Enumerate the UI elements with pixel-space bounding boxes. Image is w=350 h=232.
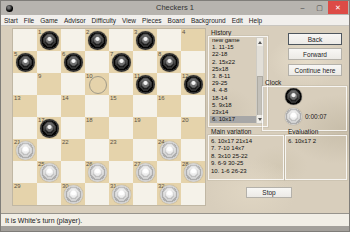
title-bar: Checkers 1 – ▢ ✕ <box>1 1 349 15</box>
board-square-14[interactable]: 14 <box>61 95 85 117</box>
board-square-3[interactable]: 3 <box>133 29 157 51</box>
board-square-light <box>85 183 109 205</box>
board-square-light <box>85 139 109 161</box>
white-piece-square-28[interactable] <box>184 163 203 182</box>
board-square-2[interactable]: 2 <box>85 29 109 51</box>
board-square-31[interactable]: 31 <box>109 183 133 205</box>
square-number: 22 <box>62 139 69 145</box>
history-item[interactable]: 1. 11-15 <box>210 44 256 51</box>
board-square-11[interactable]: 11 <box>133 73 157 95</box>
white-piece-square-30[interactable] <box>64 185 83 204</box>
board-square-light <box>133 51 157 73</box>
black-piece-square-8[interactable] <box>160 53 179 72</box>
board-square-28[interactable]: 28 <box>181 161 205 183</box>
stop-button[interactable]: Stop <box>246 187 292 198</box>
board-square-24[interactable]: 24 <box>157 139 181 161</box>
white-piece-square-31[interactable] <box>112 185 131 204</box>
white-piece-square-32[interactable] <box>160 185 179 204</box>
board-square-light <box>181 95 205 117</box>
board-square-13[interactable]: 13 <box>13 95 37 117</box>
menu-item-edit[interactable]: Edit <box>232 17 243 24</box>
black-piece-square-12[interactable] <box>184 75 203 94</box>
clock-groupbox <box>262 86 347 131</box>
back-button[interactable]: Back <box>288 33 342 45</box>
menu-item-start[interactable]: Start <box>4 17 18 24</box>
board-square-25[interactable]: 25 <box>37 161 61 183</box>
history-list: new game1. 11-1522-182. 15x2225x183. 8-1… <box>210 37 256 124</box>
board-square-light <box>13 161 37 183</box>
menu-bar: StartFileGameAdvisorDifficultyViewPieces… <box>1 15 349 26</box>
status-bar: It is White's turn (player). <box>1 213 349 226</box>
square-number: 9 <box>38 73 41 79</box>
black-piece-square-7[interactable] <box>112 53 131 72</box>
app-window: Checkers 1 – ▢ ✕ StartFileGameAdvisorDif… <box>0 0 350 232</box>
board-square-light <box>181 51 205 73</box>
board-square-26[interactable]: 26 <box>85 161 109 183</box>
square-number: 16 <box>158 95 165 101</box>
board-square-23[interactable]: 23 <box>109 139 133 161</box>
white-piece-square-21[interactable] <box>16 141 35 160</box>
board-square-light <box>61 117 85 139</box>
board-square-light <box>61 73 85 95</box>
board-square-19[interactable]: 19 <box>133 117 157 139</box>
board-square-light <box>157 29 181 51</box>
board-square-light <box>133 183 157 205</box>
board-square-light <box>109 29 133 51</box>
board-square-17[interactable]: 17 <box>37 117 61 139</box>
window-bottom-frame <box>1 226 349 231</box>
menu-item-file[interactable]: File <box>24 17 34 24</box>
history-item[interactable]: 22-18 <box>210 51 256 58</box>
black-piece-square-17[interactable] <box>40 119 59 138</box>
board-square-1[interactable]: 1 <box>37 29 61 51</box>
evaluation-line: 6. 10x17 2 <box>288 138 344 145</box>
client-area: 1234567891011121314151617181920212223242… <box>1 27 349 213</box>
variation-line: 9. 6-9 30-25 <box>211 160 281 167</box>
white-piece-square-27[interactable] <box>136 163 155 182</box>
history-item[interactable]: 25x18 <box>210 66 256 73</box>
black-piece-square-6[interactable] <box>64 53 83 72</box>
black-piece-square-5[interactable] <box>16 53 35 72</box>
board-square-22[interactable]: 22 <box>61 139 85 161</box>
evaluation-lines: 6. 10x17 2 <box>286 136 344 145</box>
board-square-6[interactable]: 6 <box>61 51 85 73</box>
menu-item-help[interactable]: Help <box>249 17 262 24</box>
history-item[interactable]: 6. 10x17 <box>210 116 256 123</box>
board-square-8[interactable]: 8 <box>157 51 181 73</box>
menu-item-difficulty[interactable]: Difficulty <box>92 17 116 24</box>
board-square-light <box>85 51 109 73</box>
menu-item-game[interactable]: Game <box>40 17 58 24</box>
board-square-20[interactable]: 20 <box>181 117 205 139</box>
square-number: 14 <box>62 95 69 101</box>
board-square-light <box>13 117 37 139</box>
board-square-12[interactable]: 12 <box>181 73 205 95</box>
board-square-light <box>133 139 157 161</box>
main-variation-lines: 6. 10x17 21x147. 7-10 14x78. 3x10 25-229… <box>209 136 281 175</box>
forward-button[interactable]: Forward <box>288 48 342 60</box>
clock-white-time: 0:00:07 <box>305 113 327 121</box>
board-square-light <box>61 29 85 51</box>
history-item[interactable]: 18-14 <box>210 95 256 102</box>
history-item[interactable]: 4. 4-8 <box>210 87 256 94</box>
board-square-5[interactable]: 5 <box>13 51 37 73</box>
variation-line: 10. 1-6 26-23 <box>211 168 281 175</box>
white-piece-square-24[interactable] <box>160 141 179 160</box>
board-square-light <box>157 161 181 183</box>
close-button[interactable]: ✕ <box>328 1 348 14</box>
menu-item-advisor[interactable]: Advisor <box>64 17 86 24</box>
square-number: 19 <box>134 117 141 123</box>
clock-black-piece-icon <box>285 88 302 105</box>
board-square-light <box>181 183 205 205</box>
square-number: 23 <box>110 139 117 145</box>
black-piece-square-2[interactable] <box>88 31 107 50</box>
last-move-origin-marker <box>89 76 107 94</box>
board-square-light <box>37 139 61 161</box>
white-piece-square-26[interactable] <box>88 163 107 182</box>
board-square-light <box>37 51 61 73</box>
board-square-light <box>157 117 181 139</box>
history-item[interactable]: 29-25 <box>210 80 256 87</box>
continue-here-button[interactable]: Continue here <box>288 64 342 76</box>
board-square-9[interactable]: 9 <box>37 73 61 95</box>
square-number: 4 <box>182 29 185 35</box>
board-square-light <box>133 95 157 117</box>
board-square-7[interactable]: 7 <box>109 51 133 73</box>
black-piece-square-3[interactable] <box>136 31 155 50</box>
maximize-button[interactable]: ▢ <box>311 1 328 14</box>
board-square-light <box>181 139 205 161</box>
board-square-light <box>13 73 37 95</box>
menu-item-background[interactable]: Background <box>191 17 226 24</box>
black-piece-square-1[interactable] <box>40 31 59 50</box>
board-square-16[interactable]: 16 <box>157 95 181 117</box>
board-square-18[interactable]: 18 <box>85 117 109 139</box>
menu-item-pieces[interactable]: Pieces <box>142 17 162 24</box>
variation-line: 8. 3x10 25-22 <box>211 153 281 160</box>
white-piece-square-25[interactable] <box>40 163 59 182</box>
board-square-light <box>109 117 133 139</box>
board-square-light <box>37 183 61 205</box>
checkers-board: 1234567891011121314151617181920212223242… <box>13 29 205 205</box>
square-number: 18 <box>86 117 93 123</box>
board-square-light <box>13 29 37 51</box>
board-square-32[interactable]: 32 <box>157 183 181 205</box>
variation-line: 7. 7-10 14x7 <box>211 145 281 152</box>
board-square-15[interactable]: 15 <box>109 95 133 117</box>
history-item[interactable]: 5. 9x18 <box>210 102 256 109</box>
board-square-light <box>61 161 85 183</box>
board-square-light <box>157 73 181 95</box>
board-square-21[interactable]: 21 <box>13 139 37 161</box>
history-item[interactable]: new game <box>210 37 256 44</box>
minimize-button[interactable]: – <box>294 1 311 14</box>
board-square-light <box>85 95 109 117</box>
history-item[interactable]: 2. 15x22 <box>210 59 256 66</box>
board-square-light <box>37 95 61 117</box>
menu-item-view[interactable]: View <box>122 17 136 24</box>
board-square-light <box>109 73 133 95</box>
menu-item-board[interactable]: Board <box>168 17 185 24</box>
square-number: 20 <box>182 117 189 123</box>
history-item[interactable]: 23x14 <box>210 109 256 116</box>
board-square-27[interactable]: 27 <box>133 161 157 183</box>
variation-line: 6. 10x17 21x14 <box>211 138 281 145</box>
clock-white-piece-icon <box>285 108 302 125</box>
board-square-30[interactable]: 30 <box>61 183 85 205</box>
square-number: 13 <box>14 95 21 101</box>
scroll-up-icon[interactable] <box>257 38 263 46</box>
board-square-light <box>109 161 133 183</box>
board-square-4[interactable]: 4 <box>181 29 205 51</box>
square-number: 15 <box>110 95 117 101</box>
board-square-29[interactable]: 29 <box>13 183 37 205</box>
history-item[interactable]: 3. 8-11 <box>210 73 256 80</box>
square-number: 29 <box>14 183 21 189</box>
black-piece-square-11[interactable] <box>136 75 155 94</box>
board-square-10[interactable]: 10 <box>85 73 109 95</box>
